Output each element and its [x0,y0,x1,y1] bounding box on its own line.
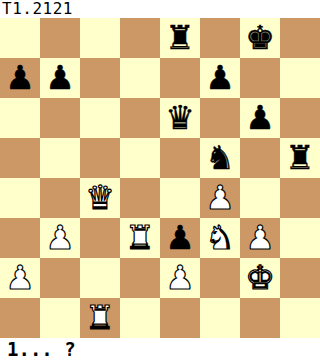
square-a7[interactable]: ♟ [0,58,40,98]
square-a6[interactable] [0,98,40,138]
black-rook[interactable]: ♜ [285,138,315,178]
white-knight[interactable]: ♞ [205,218,235,258]
square-c5[interactable] [80,138,120,178]
square-f3[interactable]: ♞ [200,218,240,258]
square-f2[interactable] [200,258,240,298]
square-g2[interactable]: ♚ [240,258,280,298]
square-g5[interactable] [240,138,280,178]
puzzle-title: T1.2121 [0,0,320,18]
square-f5[interactable]: ♞ [200,138,240,178]
square-e1[interactable] [160,298,200,338]
black-queen[interactable]: ♛ [165,98,195,138]
black-pawn[interactable]: ♟ [165,218,195,258]
square-g7[interactable] [240,58,280,98]
square-f4[interactable]: ♟ [200,178,240,218]
square-h1[interactable] [280,298,320,338]
square-b5[interactable] [40,138,80,178]
black-pawn[interactable]: ♟ [5,58,35,98]
square-g1[interactable] [240,298,280,338]
square-b6[interactable] [40,98,80,138]
square-b3[interactable]: ♟ [40,218,80,258]
square-d3[interactable]: ♜ [120,218,160,258]
square-h7[interactable] [280,58,320,98]
square-d2[interactable] [120,258,160,298]
chess-board: ♜♚♟♟♟♛♟♞♜♛♟♟♜♟♞♟♟♟♚♜ [0,18,320,338]
black-knight[interactable]: ♞ [205,138,235,178]
square-f8[interactable] [200,18,240,58]
square-h4[interactable] [280,178,320,218]
black-pawn[interactable]: ♟ [245,98,275,138]
square-d5[interactable] [120,138,160,178]
square-a3[interactable] [0,218,40,258]
white-pawn[interactable]: ♟ [5,258,35,298]
white-pawn[interactable]: ♟ [45,218,75,258]
white-pawn[interactable]: ♟ [165,258,195,298]
square-g4[interactable] [240,178,280,218]
white-rook[interactable]: ♜ [85,298,115,338]
square-e6[interactable]: ♛ [160,98,200,138]
white-queen[interactable]: ♛ [85,178,115,218]
square-e2[interactable]: ♟ [160,258,200,298]
square-c7[interactable] [80,58,120,98]
square-c3[interactable] [80,218,120,258]
square-b7[interactable]: ♟ [40,58,80,98]
square-b8[interactable] [40,18,80,58]
square-e8[interactable]: ♜ [160,18,200,58]
square-d7[interactable] [120,58,160,98]
square-f1[interactable] [200,298,240,338]
square-g6[interactable]: ♟ [240,98,280,138]
square-a5[interactable] [0,138,40,178]
square-f7[interactable]: ♟ [200,58,240,98]
square-a2[interactable]: ♟ [0,258,40,298]
square-g3[interactable]: ♟ [240,218,280,258]
square-e4[interactable] [160,178,200,218]
black-king[interactable]: ♚ [245,18,275,58]
square-e7[interactable] [160,58,200,98]
square-b2[interactable] [40,258,80,298]
square-a4[interactable] [0,178,40,218]
square-d1[interactable] [120,298,160,338]
white-pawn[interactable]: ♟ [245,218,275,258]
white-rook[interactable]: ♜ [125,218,155,258]
square-b4[interactable] [40,178,80,218]
square-h5[interactable]: ♜ [280,138,320,178]
chess-puzzle-screen: T1.2121 ♜♚♟♟♟♛♟♞♜♛♟♟♜♟♞♟♟♟♚♜ 1... ? [0,0,320,360]
square-d4[interactable] [120,178,160,218]
square-h2[interactable] [280,258,320,298]
square-d6[interactable] [120,98,160,138]
square-d8[interactable] [120,18,160,58]
square-a1[interactable] [0,298,40,338]
square-g8[interactable]: ♚ [240,18,280,58]
square-h6[interactable] [280,98,320,138]
white-pawn[interactable]: ♟ [205,178,235,218]
move-prompt: 1... ? [0,338,320,360]
square-c1[interactable]: ♜ [80,298,120,338]
square-c6[interactable] [80,98,120,138]
black-pawn[interactable]: ♟ [45,58,75,98]
square-c2[interactable] [80,258,120,298]
square-e5[interactable] [160,138,200,178]
square-c8[interactable] [80,18,120,58]
square-h3[interactable] [280,218,320,258]
square-f6[interactable] [200,98,240,138]
square-c4[interactable]: ♛ [80,178,120,218]
square-a8[interactable] [0,18,40,58]
square-e3[interactable]: ♟ [160,218,200,258]
square-b1[interactable] [40,298,80,338]
square-h8[interactable] [280,18,320,58]
white-king[interactable]: ♚ [245,258,275,298]
black-pawn[interactable]: ♟ [205,58,235,98]
black-rook[interactable]: ♜ [165,18,195,58]
